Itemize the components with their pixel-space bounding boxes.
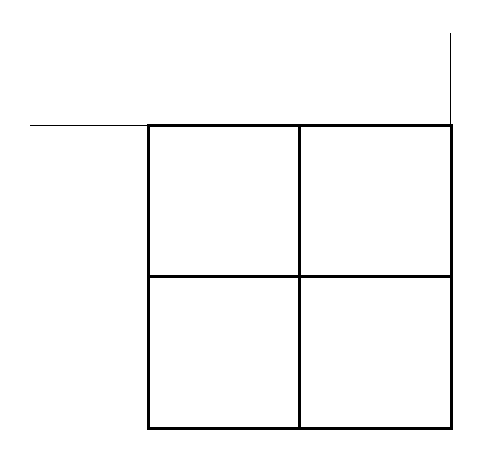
heavy-divider-horizontal xyxy=(150,275,450,278)
row-clues-panel xyxy=(30,125,150,426)
puzzle-page xyxy=(0,0,479,457)
column-clues-panel xyxy=(150,33,451,124)
puzzle-board xyxy=(147,124,453,430)
